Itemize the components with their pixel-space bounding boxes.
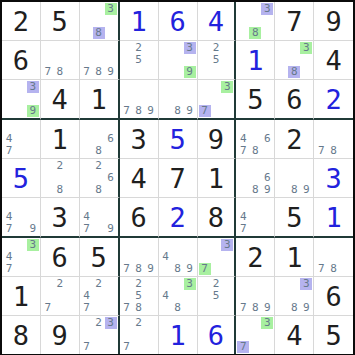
candidate-slot: 2	[93, 278, 105, 290]
candidate-digit: 9	[300, 302, 312, 314]
candidate-digit: 9	[184, 105, 196, 117]
candidate-digit: 7	[3, 263, 15, 275]
candidate-slot: 8	[288, 302, 300, 314]
candidate-slot: 9	[145, 105, 157, 117]
candidate-digit: 7	[81, 302, 93, 314]
given-digit: 4	[41, 80, 79, 118]
candidate-slot: 2	[93, 160, 105, 172]
candidate-digit: 8	[93, 184, 105, 196]
candidate-digit: 9	[261, 184, 273, 196]
cell-r6c7[interactable]: 47	[236, 198, 275, 238]
given-digit: 2	[236, 238, 274, 276]
candidate-digit: 7	[121, 341, 133, 353]
candidate-digit: 4	[160, 290, 172, 302]
cell-r1c4[interactable]: 1	[120, 2, 159, 41]
cell-r8c3[interactable]: 247	[80, 277, 120, 316]
given-digit: 8	[2, 316, 40, 354]
candidate-slot: 7	[121, 263, 133, 275]
candidate-slot: 7	[237, 145, 249, 157]
candidate-digit: 5	[210, 290, 222, 302]
sudoku-board: 2538164387967878925392513843941789893756…	[0, 0, 355, 355]
candidate-digit: 8	[133, 302, 145, 314]
candidate-slot: 7	[42, 302, 54, 314]
candidate-digit: 8	[133, 105, 145, 117]
candidate-slot: 8	[172, 105, 184, 117]
candidate-slot: 9	[27, 223, 39, 235]
candidate-slot: 3	[27, 81, 39, 93]
entered-digit: 1	[236, 41, 274, 79]
candidate-digit: 9	[300, 184, 312, 196]
cell-r1c5[interactable]: 6	[159, 2, 198, 41]
candidate-digit: 8	[249, 302, 261, 314]
candidate-slot: 8	[327, 145, 339, 157]
candidate-slot: 9	[105, 66, 117, 78]
given-digit: 2	[275, 120, 313, 158]
candidate-digit: 9	[27, 223, 39, 235]
candidate-slot: 3	[261, 3, 273, 15]
candidate-digit-highlight-purple: 7	[199, 105, 211, 117]
candidate-digit: 2	[93, 317, 105, 329]
candidate-slot: 3	[184, 42, 196, 54]
candidate-digit-highlight-purple: 7	[237, 341, 249, 353]
candidate-slot: 8	[172, 302, 184, 314]
candidate-digit: 7	[81, 223, 93, 235]
candidate-digit: 7	[237, 223, 249, 235]
candidate-digit: 7	[121, 263, 133, 275]
candidate-slot: 8	[93, 145, 105, 157]
entered-digit: 5	[159, 120, 197, 158]
entered-digit: 1	[159, 316, 197, 354]
given-digit: 1	[275, 238, 313, 276]
cell-r9c8[interactable]: 4	[275, 316, 314, 354]
entered-digit: 4	[198, 2, 235, 40]
given-digit: 5	[80, 238, 118, 276]
entered-digit: 3	[314, 159, 353, 197]
cell-r9c9[interactable]: 5	[314, 316, 353, 354]
candidate-slot: 2	[93, 317, 105, 329]
cell-r8c2[interactable]: 27	[41, 277, 80, 316]
candidate-digit-highlight-purple: 8	[288, 66, 300, 78]
cell-r6c1[interactable]: 479	[2, 198, 41, 238]
cell-r9c7[interactable]: 37	[236, 316, 275, 354]
candidate-digit: 4	[160, 251, 172, 263]
candidate-digit: 8	[328, 145, 340, 157]
candidate-slot: 8	[93, 184, 105, 196]
candidate-slot: 3	[221, 239, 233, 251]
candidate-slot: 7	[3, 223, 15, 235]
given-digit: 1	[198, 159, 235, 197]
candidate-digit: 5	[210, 54, 222, 66]
candidate-slot: 7	[121, 105, 133, 117]
candidate-slot: 8	[93, 27, 105, 39]
cell-r2c5[interactable]: 39	[159, 41, 198, 80]
given-digit: 5	[41, 2, 79, 40]
cell-r7c3[interactable]: 5	[80, 238, 120, 277]
cell-r8c1[interactable]: 1	[2, 277, 41, 316]
cell-r4c5[interactable]: 5	[159, 120, 198, 159]
candidate-digit: 9	[105, 223, 117, 235]
candidate-slot: 2	[133, 317, 145, 329]
cell-r9c1[interactable]: 8	[2, 316, 41, 354]
cell-r5c1[interactable]: 5	[2, 159, 41, 198]
cell-r1c7[interactable]: 38	[236, 2, 275, 41]
given-digit: 6	[41, 238, 79, 276]
candidate-digit: 8	[328, 263, 340, 275]
candidate-slot: 9	[105, 223, 117, 235]
candidate-digit: 8	[172, 105, 184, 117]
candidate-slot: 7	[237, 223, 249, 235]
cell-r2c6[interactable]: 25	[198, 41, 237, 80]
cell-r9c5[interactable]: 1	[159, 316, 198, 354]
cell-r8c6[interactable]: 25	[198, 277, 237, 316]
cell-r5c9[interactable]: 3	[314, 159, 353, 198]
candidate-digit: 7	[315, 263, 327, 275]
candidate-digit-highlight-green: 8	[249, 27, 261, 39]
cell-r7c8[interactable]: 1	[275, 238, 314, 277]
cell-r7c2[interactable]: 6	[41, 238, 80, 277]
cell-r7c6[interactable]: 37	[198, 238, 237, 277]
cell-r2c9[interactable]: 4	[314, 41, 353, 80]
candidate-slot: 7	[121, 341, 133, 353]
candidate-digit: 9	[261, 302, 273, 314]
candidate-digit: 7	[81, 341, 93, 353]
given-digit: 5	[275, 198, 313, 236]
cell-r6c9[interactable]: 1	[314, 198, 353, 238]
candidate-digit: 8	[172, 263, 184, 275]
candidate-digit-highlight-purple: 8	[93, 27, 105, 39]
candidate-digit-highlight-purple: 3	[105, 317, 117, 329]
cell-r4c9[interactable]: 78	[314, 120, 353, 159]
cell-r5c6[interactable]: 1	[198, 159, 237, 198]
cell-r4c1[interactable]: 47	[2, 120, 41, 159]
cell-r3c2[interactable]: 4	[41, 80, 80, 120]
candidate-slot: 5	[210, 54, 222, 66]
candidate-digit: 7	[121, 302, 133, 314]
candidate-digit: 2	[54, 278, 66, 290]
candidate-slot: 5	[210, 290, 222, 302]
candidate-digit: 6	[261, 133, 273, 145]
candidate-digit: 8	[249, 184, 261, 196]
candidate-slot: 7	[237, 302, 249, 314]
candidate-slot: 9	[27, 105, 39, 117]
entered-digit: 2	[314, 80, 353, 118]
cell-r7c9[interactable]: 78	[314, 238, 353, 277]
cell-r5c4[interactable]: 4	[120, 159, 159, 198]
candidate-digit: 8	[93, 145, 105, 157]
candidate-slot: 7	[315, 263, 327, 275]
entered-digit: 6	[198, 316, 235, 354]
candidate-slot: 8	[288, 66, 300, 78]
cell-r3c1[interactable]: 39	[2, 80, 41, 120]
cell-r1c9[interactable]: 9	[314, 2, 353, 41]
candidate-digit-highlight-green: 9	[27, 105, 39, 117]
cell-r4c6[interactable]: 9	[198, 120, 237, 159]
candidate-digit-highlight-green: 3	[221, 81, 233, 93]
candidate-digit: 6	[105, 133, 117, 145]
given-digit: 8	[198, 198, 235, 236]
candidate-slot: 2	[54, 278, 66, 290]
candidate-digit-highlight-purple: 3	[261, 3, 273, 15]
cell-r8c8[interactable]: 389	[275, 277, 314, 316]
cell-r6c2[interactable]: 3	[41, 198, 80, 238]
candidate-slot: 5	[133, 54, 145, 66]
candidate-slot: 8	[54, 184, 66, 196]
given-digit: 7	[159, 159, 197, 197]
candidate-slot: 8	[133, 105, 145, 117]
candidate-digit: 8	[54, 184, 66, 196]
candidate-slot: 8	[288, 184, 300, 196]
candidate-digit: 9	[105, 66, 117, 78]
cell-r4c7[interactable]: 4678	[236, 120, 275, 159]
cell-r3c9[interactable]: 2	[314, 80, 353, 120]
cell-r7c7[interactable]: 2	[236, 238, 275, 277]
candidate-slot: 7	[42, 66, 54, 78]
given-digit: 7	[275, 2, 313, 40]
entered-digit: 2	[159, 198, 197, 236]
candidate-digit: 7	[42, 302, 54, 314]
given-digit: 4	[120, 159, 158, 197]
cell-r9c3[interactable]: 237	[80, 316, 120, 354]
cell-r6c8[interactable]: 5	[275, 198, 314, 238]
candidate-slot: 3	[300, 278, 312, 290]
candidate-slot: 9	[261, 302, 273, 314]
candidate-digit: 7	[237, 145, 249, 157]
candidate-digit-highlight-green: 9	[184, 66, 196, 78]
candidate-digit-highlight-green: 3	[27, 239, 39, 251]
candidate-slot: 2	[54, 160, 66, 172]
candidate-slot: 3	[27, 239, 39, 251]
cell-r5c8[interactable]: 89	[275, 159, 314, 198]
candidate-slot: 7	[81, 341, 93, 353]
candidate-slot: 6	[105, 133, 117, 145]
given-digit: 9	[314, 2, 353, 40]
cell-r3c4[interactable]: 789	[120, 80, 159, 120]
given-digit: 6	[2, 41, 40, 79]
candidate-slot: 3	[105, 317, 117, 329]
cell-r8c9[interactable]: 6	[314, 277, 353, 316]
cell-r2c2[interactable]: 78	[41, 41, 80, 80]
candidate-digit-highlight-green: 3	[105, 3, 117, 15]
cell-r1c3[interactable]: 38	[80, 2, 120, 41]
candidate-digit: 2	[133, 317, 145, 329]
cell-r2c7[interactable]: 1	[236, 41, 275, 80]
candidate-digit: 8	[249, 145, 261, 157]
candidate-slot: 6	[261, 133, 273, 145]
cell-r5c2[interactable]: 28	[41, 159, 80, 198]
candidate-digit-highlight-purple: 3	[27, 81, 39, 93]
candidate-slot: 8	[93, 66, 105, 78]
candidate-slot: 7	[121, 302, 133, 314]
given-digit: 2	[2, 2, 40, 40]
cell-r3c7[interactable]: 5	[236, 80, 275, 120]
candidate-digit-highlight-green: 3	[184, 278, 196, 290]
candidate-digit: 7	[42, 66, 54, 78]
cell-r9c6[interactable]: 6	[198, 316, 237, 354]
cell-r2c1[interactable]: 6	[2, 41, 41, 80]
candidate-digit: 8	[133, 263, 145, 275]
candidate-digit: 2	[54, 160, 66, 172]
candidate-digit: 7	[81, 66, 93, 78]
entered-digit: 1	[314, 198, 353, 236]
candidate-digit: 9	[184, 263, 196, 275]
given-digit: 3	[41, 198, 79, 236]
given-digit: 3	[120, 120, 158, 158]
cell-r6c4[interactable]: 6	[120, 198, 159, 238]
candidate-slot: 7	[81, 223, 93, 235]
given-digit: 6	[120, 198, 158, 236]
given-digit: 9	[198, 120, 235, 158]
given-digit: 5	[314, 316, 353, 354]
candidate-digit: 7	[237, 302, 249, 314]
cell-r2c8[interactable]: 38	[275, 41, 314, 80]
candidate-slot: 7	[3, 145, 15, 157]
cell-r1c1[interactable]: 2	[2, 2, 41, 41]
candidate-slot: 7	[81, 66, 93, 78]
candidate-slot: 9	[145, 263, 157, 275]
cell-r8c5[interactable]: 348	[159, 277, 198, 316]
candidate-slot: 8	[172, 263, 184, 275]
cell-r2c3[interactable]: 789	[80, 41, 120, 80]
candidate-slot: 3	[221, 81, 233, 93]
candidate-digit: 9	[145, 105, 157, 117]
candidate-slot: 3	[300, 42, 312, 54]
candidate-digit-highlight-green: 3	[300, 42, 312, 54]
candidate-digit: 7	[3, 223, 15, 235]
candidate-digit-highlight-purple: 3	[300, 278, 312, 290]
given-digit: 1	[2, 277, 40, 315]
candidate-slot: 9	[300, 302, 312, 314]
candidate-digit: 2	[93, 160, 105, 172]
cell-r2c4[interactable]: 25	[120, 41, 159, 80]
candidate-slot: 7	[3, 263, 15, 275]
candidate-slot: 8	[249, 302, 261, 314]
cell-r4c2[interactable]: 1	[41, 120, 80, 159]
candidate-slot: 8	[54, 66, 66, 78]
candidate-slot: 8	[249, 27, 261, 39]
entered-digit: 5	[2, 159, 40, 197]
candidate-slot: 8	[249, 184, 261, 196]
given-digit: 4	[275, 316, 313, 354]
candidate-slot: 7	[237, 341, 249, 353]
cell-r6c3[interactable]: 479	[80, 198, 120, 238]
candidate-digit: 6	[105, 172, 117, 184]
candidate-digit: 8	[93, 66, 105, 78]
given-digit: 9	[41, 316, 79, 354]
cell-r6c6[interactable]: 8	[198, 198, 237, 238]
candidate-digit: 7	[315, 145, 327, 157]
candidate-slot: 9	[184, 105, 196, 117]
candidate-slot: 6	[105, 172, 117, 184]
candidate-digit-highlight-green: 3	[261, 317, 273, 329]
candidate-digit: 8	[54, 66, 66, 78]
cell-r8c4[interactable]: 2578	[120, 277, 159, 316]
candidate-slot: 8	[133, 263, 145, 275]
candidate-digit: 8	[288, 184, 300, 196]
candidate-slot: 9	[184, 263, 196, 275]
given-digit: 6	[275, 80, 313, 118]
candidate-digit: 7	[121, 105, 133, 117]
candidate-digit: 9	[145, 263, 157, 275]
cell-r4c3[interactable]: 68	[80, 120, 120, 159]
candidate-slot: 3	[261, 317, 273, 329]
cell-r8c7[interactable]: 789	[236, 277, 275, 316]
given-digit: 6	[314, 277, 353, 315]
candidate-slot: 9	[261, 184, 273, 196]
entered-digit: 6	[159, 2, 197, 40]
cell-r1c8[interactable]: 7	[275, 2, 314, 41]
cell-r5c3[interactable]: 268	[80, 159, 120, 198]
candidate-slot: 7	[199, 263, 211, 275]
cell-r3c8[interactable]: 6	[275, 80, 314, 120]
candidate-digit: 2	[93, 278, 105, 290]
given-digit: 5	[236, 80, 274, 118]
candidate-slot: 3	[105, 3, 117, 15]
cell-r7c1[interactable]: 347	[2, 238, 41, 277]
candidate-digit: 8	[172, 302, 184, 314]
cell-r3c3[interactable]: 1	[80, 80, 120, 120]
cell-r1c2[interactable]: 5	[41, 2, 80, 41]
candidate-slot: 7	[315, 145, 327, 157]
cell-r9c2[interactable]: 9	[41, 316, 80, 354]
candidate-slot: 3	[184, 278, 196, 290]
candidate-slot: 8	[327, 263, 339, 275]
cell-r5c7[interactable]: 689	[236, 159, 275, 198]
cell-r6c5[interactable]: 2	[159, 198, 198, 238]
cell-r7c5[interactable]: 489	[159, 238, 198, 277]
candidate-slot: 8	[249, 145, 261, 157]
cell-r9c4[interactable]: 27	[120, 316, 159, 354]
candidate-digit-highlight-green: 7	[199, 263, 211, 275]
candidate-slot: 4	[160, 251, 172, 263]
candidate-slot: 7	[199, 105, 211, 117]
candidate-slot: 8	[133, 302, 145, 314]
cell-r5c5[interactable]: 7	[159, 159, 198, 198]
candidate-slot: 7	[81, 302, 93, 314]
cell-r4c8[interactable]: 2	[275, 120, 314, 159]
candidate-digit: 7	[3, 145, 15, 157]
candidate-slot: 4	[160, 290, 172, 302]
candidate-digit-highlight-purple: 3	[221, 239, 233, 251]
entered-digit: 1	[120, 2, 158, 40]
given-digit: 1	[80, 80, 118, 118]
candidate-digit: 5	[133, 54, 145, 66]
candidate-digit: 8	[288, 302, 300, 314]
candidate-slot: 9	[184, 66, 196, 78]
cell-r7c4[interactable]: 789	[120, 238, 159, 277]
candidate-slot: 9	[300, 184, 312, 196]
given-digit: 4	[314, 41, 353, 79]
cell-r1c6[interactable]: 4	[198, 2, 237, 41]
candidate-digit-highlight-purple: 3	[184, 42, 196, 54]
cell-r3c5[interactable]: 89	[159, 80, 198, 120]
given-digit: 1	[41, 120, 79, 158]
cell-r4c4[interactable]: 3	[120, 120, 159, 159]
cell-r3c6[interactable]: 37	[198, 80, 237, 120]
